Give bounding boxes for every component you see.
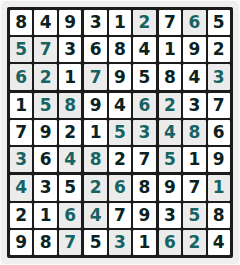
cell-r3c5[interactable]: 9 — [109, 64, 131, 89]
cell-r4c2[interactable]: 5 — [34, 93, 56, 118]
sudoku-box-8: 268479531 — [84, 175, 155, 255]
cell-r2c8[interactable]: 9 — [183, 37, 205, 62]
cell-r5c6[interactable]: 3 — [133, 120, 155, 145]
cell-r9c6[interactable]: 1 — [133, 230, 155, 255]
cell-r5c7[interactable]: 4 — [159, 120, 181, 145]
cell-r6c4[interactable]: 8 — [84, 147, 106, 172]
cell-r1c8[interactable]: 6 — [183, 10, 205, 35]
sudoku-box-3: 765192843 — [159, 10, 230, 90]
cell-r7c4[interactable]: 2 — [84, 175, 106, 200]
cell-r2c4[interactable]: 6 — [84, 37, 106, 62]
cell-r3c2[interactable]: 2 — [34, 64, 56, 89]
cell-r8c5[interactable]: 7 — [109, 203, 131, 228]
cell-r9c8[interactable]: 2 — [183, 230, 205, 255]
sudoku-box-4: 158792364 — [10, 93, 81, 173]
cell-r7c5[interactable]: 6 — [109, 175, 131, 200]
cell-r7c7[interactable]: 9 — [159, 175, 181, 200]
cell-r7c3[interactable]: 5 — [59, 175, 81, 200]
cell-r8c8[interactable]: 5 — [183, 203, 205, 228]
cell-r5c3[interactable]: 2 — [59, 120, 81, 145]
cell-r1c1[interactable]: 8 — [10, 10, 32, 35]
cell-r1c9[interactable]: 5 — [208, 10, 230, 35]
cell-r1c7[interactable]: 7 — [159, 10, 181, 35]
cell-r1c3[interactable]: 9 — [59, 10, 81, 35]
cell-r9c2[interactable]: 8 — [34, 230, 56, 255]
cell-r2c3[interactable]: 3 — [59, 37, 81, 62]
cell-r4c6[interactable]: 6 — [133, 93, 155, 118]
cell-r5c1[interactable]: 7 — [10, 120, 32, 145]
cell-r6c5[interactable]: 2 — [109, 147, 131, 172]
cell-r8c1[interactable]: 2 — [10, 203, 32, 228]
cell-r3c9[interactable]: 3 — [208, 64, 230, 89]
cell-r3c4[interactable]: 7 — [84, 64, 106, 89]
cell-r4c8[interactable]: 3 — [183, 93, 205, 118]
cell-r8c4[interactable]: 4 — [84, 203, 106, 228]
cell-r6c9[interactable]: 9 — [208, 147, 230, 172]
sudoku-app-window: 8495736213126847957651928431587923649461… — [0, 0, 240, 265]
cell-r5c9[interactable]: 6 — [208, 120, 230, 145]
cell-r1c6[interactable]: 2 — [133, 10, 155, 35]
sudoku-box-1: 849573621 — [10, 10, 81, 90]
cell-r1c2[interactable]: 4 — [34, 10, 56, 35]
cell-r2c7[interactable]: 1 — [159, 37, 181, 62]
cell-r4c4[interactable]: 9 — [84, 93, 106, 118]
cell-r6c8[interactable]: 1 — [183, 147, 205, 172]
cell-r1c4[interactable]: 3 — [84, 10, 106, 35]
cell-r3c8[interactable]: 4 — [183, 64, 205, 89]
cell-r6c1[interactable]: 3 — [10, 147, 32, 172]
cell-r3c6[interactable]: 5 — [133, 64, 155, 89]
cell-r9c9[interactable]: 4 — [208, 230, 230, 255]
sudoku-board: 8495736213126847957651928431587923649461… — [7, 7, 233, 258]
cell-r4c3[interactable]: 8 — [59, 93, 81, 118]
cell-r3c3[interactable]: 1 — [59, 64, 81, 89]
cell-r7c9[interactable]: 1 — [208, 175, 230, 200]
cell-r9c1[interactable]: 9 — [10, 230, 32, 255]
cell-r8c2[interactable]: 1 — [34, 203, 56, 228]
cell-r4c1[interactable]: 1 — [10, 93, 32, 118]
cell-r7c8[interactable]: 7 — [183, 175, 205, 200]
cell-r1c5[interactable]: 1 — [109, 10, 131, 35]
cell-r7c6[interactable]: 8 — [133, 175, 155, 200]
sudoku-box-5: 946153827 — [84, 93, 155, 173]
cell-r8c6[interactable]: 9 — [133, 203, 155, 228]
cell-r3c7[interactable]: 8 — [159, 64, 181, 89]
cell-r8c7[interactable]: 3 — [159, 203, 181, 228]
sudoku-box-2: 312684795 — [84, 10, 155, 90]
cell-r2c9[interactable]: 2 — [208, 37, 230, 62]
cell-r7c2[interactable]: 3 — [34, 175, 56, 200]
cell-r9c3[interactable]: 7 — [59, 230, 81, 255]
cell-r8c9[interactable]: 8 — [208, 203, 230, 228]
cell-r4c9[interactable]: 7 — [208, 93, 230, 118]
cell-r7c1[interactable]: 4 — [10, 175, 32, 200]
cell-r6c3[interactable]: 4 — [59, 147, 81, 172]
sudoku-box-6: 237486519 — [159, 93, 230, 173]
cell-r9c5[interactable]: 3 — [109, 230, 131, 255]
cell-r2c2[interactable]: 7 — [34, 37, 56, 62]
cell-r8c3[interactable]: 6 — [59, 203, 81, 228]
cell-r5c2[interactable]: 9 — [34, 120, 56, 145]
cell-r9c4[interactable]: 5 — [84, 230, 106, 255]
cell-r6c6[interactable]: 7 — [133, 147, 155, 172]
cell-r5c8[interactable]: 8 — [183, 120, 205, 145]
cell-r4c7[interactable]: 2 — [159, 93, 181, 118]
cell-r3c1[interactable]: 6 — [10, 64, 32, 89]
cell-r2c6[interactable]: 4 — [133, 37, 155, 62]
cell-r6c7[interactable]: 5 — [159, 147, 181, 172]
cell-r9c7[interactable]: 6 — [159, 230, 181, 255]
cell-r2c1[interactable]: 5 — [10, 37, 32, 62]
cell-r4c5[interactable]: 4 — [109, 93, 131, 118]
sudoku-box-7: 435216987 — [10, 175, 81, 255]
cell-r6c2[interactable]: 6 — [34, 147, 56, 172]
cell-r5c4[interactable]: 1 — [84, 120, 106, 145]
sudoku-box-9: 971358624 — [159, 175, 230, 255]
cell-r2c5[interactable]: 8 — [109, 37, 131, 62]
cell-r5c5[interactable]: 5 — [109, 120, 131, 145]
